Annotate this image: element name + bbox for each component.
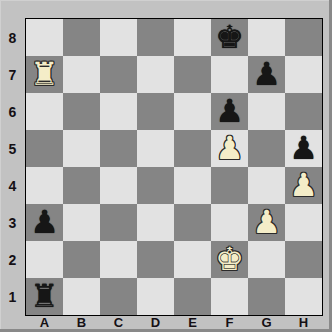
file-label-c: C [100,316,137,330]
square-d1[interactable] [137,278,174,315]
file-label-h: H [285,316,322,330]
square-a1[interactable]: ♜ [26,278,63,315]
square-d8[interactable] [137,19,174,56]
square-f4[interactable] [211,167,248,204]
black-pawn-g7[interactable]: ♟ [252,56,281,93]
file-label-b: B [63,316,100,330]
square-f1[interactable] [211,278,248,315]
square-f5[interactable]: ♟ [211,130,248,167]
square-e1[interactable] [174,278,211,315]
square-g5[interactable] [248,130,285,167]
square-c1[interactable] [100,278,137,315]
square-h5[interactable]: ♟ [285,130,322,167]
square-d5[interactable] [137,130,174,167]
square-g3[interactable]: ♟ [248,204,285,241]
square-b3[interactable] [63,204,100,241]
square-e6[interactable] [174,93,211,130]
square-d2[interactable] [137,241,174,278]
square-a3[interactable]: ♟ [26,204,63,241]
square-a6[interactable] [26,93,63,130]
square-c4[interactable] [100,167,137,204]
square-h1[interactable] [285,278,322,315]
square-g2[interactable] [248,241,285,278]
square-b4[interactable] [63,167,100,204]
square-h7[interactable] [285,56,322,93]
square-c8[interactable] [100,19,137,56]
square-c3[interactable] [100,204,137,241]
square-d6[interactable] [137,93,174,130]
square-d4[interactable] [137,167,174,204]
file-labels: ABCDEFGH [26,316,322,330]
white-pawn-f5[interactable]: ♟ [215,130,244,167]
square-b5[interactable] [63,130,100,167]
file-label-a: A [26,316,63,330]
rank-labels: 87654321 [0,19,25,315]
square-g7[interactable]: ♟ [248,56,285,93]
white-pawn-h4[interactable]: ♟ [289,167,318,204]
black-pawn-f6[interactable]: ♟ [215,93,244,130]
square-b6[interactable] [63,93,100,130]
white-king-f2[interactable]: ♚ [215,241,244,278]
square-a5[interactable] [26,130,63,167]
square-f2[interactable]: ♚ [211,241,248,278]
square-d7[interactable] [137,56,174,93]
black-king-f8[interactable]: ♚ [215,19,244,56]
rank-label-2: 2 [0,241,25,278]
square-a2[interactable] [26,241,63,278]
square-h4[interactable]: ♟ [285,167,322,204]
square-c6[interactable] [100,93,137,130]
square-d3[interactable] [137,204,174,241]
file-label-f: F [211,316,248,330]
square-g4[interactable] [248,167,285,204]
file-label-d: D [137,316,174,330]
file-label-e: E [174,316,211,330]
black-pawn-a3[interactable]: ♟ [30,204,59,241]
square-f3[interactable] [211,204,248,241]
square-e8[interactable] [174,19,211,56]
square-c2[interactable] [100,241,137,278]
square-e7[interactable] [174,56,211,93]
rank-label-4: 4 [0,167,25,204]
rank-label-6: 6 [0,93,25,130]
square-b2[interactable] [63,241,100,278]
square-h8[interactable] [285,19,322,56]
square-h6[interactable] [285,93,322,130]
square-e3[interactable] [174,204,211,241]
rank-label-1: 1 [0,278,25,315]
file-label-g: G [248,316,285,330]
square-c7[interactable] [100,56,137,93]
square-f8[interactable]: ♚ [211,19,248,56]
square-e2[interactable] [174,241,211,278]
chess-diagram: 87654321 ♚♜♟♟♟♟♟♟♟♚♜ ABCDEFGH [0,0,332,332]
board-outline: ♚♜♟♟♟♟♟♟♟♚♜ [25,18,323,316]
square-g1[interactable] [248,278,285,315]
square-g8[interactable] [248,19,285,56]
square-e5[interactable] [174,130,211,167]
square-a8[interactable] [26,19,63,56]
square-c5[interactable] [100,130,137,167]
square-a4[interactable] [26,167,63,204]
square-b7[interactable] [63,56,100,93]
square-f6[interactable]: ♟ [211,93,248,130]
square-h3[interactable] [285,204,322,241]
rank-label-8: 8 [0,19,25,56]
square-g6[interactable] [248,93,285,130]
square-b8[interactable] [63,19,100,56]
white-rook-a7[interactable]: ♜ [30,56,59,93]
square-a7[interactable]: ♜ [26,56,63,93]
square-b1[interactable] [63,278,100,315]
rank-label-5: 5 [0,130,25,167]
square-e4[interactable] [174,167,211,204]
rank-label-3: 3 [0,204,25,241]
chessboard[interactable]: ♚♜♟♟♟♟♟♟♟♚♜ [26,19,322,315]
black-pawn-h5[interactable]: ♟ [289,130,318,167]
rank-label-7: 7 [0,56,25,93]
white-pawn-g3[interactable]: ♟ [252,204,281,241]
black-rook-a1[interactable]: ♜ [30,278,59,315]
square-f7[interactable] [211,56,248,93]
square-h2[interactable] [285,241,322,278]
